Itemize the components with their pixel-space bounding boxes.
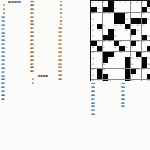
cell-number: 29 [142,24,144,26]
clue-column-b: 46485051525556575960616263646566676869 D… [30,1,56,149]
grid-cell[interactable] [136,74,141,79]
cell-number: 61 [136,57,138,59]
cell-number: 23 [92,24,94,26]
grid-cell[interactable]: 29 [142,24,147,29]
clue-text-illegible [5,87,28,89]
grid-cell[interactable]: 15 [103,13,108,18]
black-cell [114,13,119,18]
cell-number: 9 [142,1,143,3]
clue-column-d: 363844464749505354 [91,83,119,149]
clue-text-illegible [125,99,149,101]
clue-text-illegible [34,56,56,58]
cell-number: 17 [125,12,127,14]
clue-item: 69 [30,71,56,73]
clue-item: 13 [58,40,88,42]
grid-cell[interactable] [136,46,141,51]
clue-text-illegible [125,95,149,97]
cell-number: 42 [108,40,110,42]
clue-column-e: 55565758606163 [121,83,149,149]
cell-number: 15 [103,12,105,14]
grid-cell[interactable]: 52 [97,52,102,57]
clue-text-illegible [5,56,28,58]
grid-cell[interactable]: 43 [119,41,124,46]
clue-item: 36 [91,83,119,85]
grid-cells: 1234567891011121314151617181920212223242… [90,0,150,81]
cell-number: 49 [125,46,127,48]
grid-cell[interactable] [114,69,119,74]
clue-item: 64 [30,52,56,54]
clue-text-illegible [5,5,28,7]
grid-cell[interactable] [114,57,119,62]
cell-number: 45 [142,40,144,42]
grid-cell[interactable]: 70 [142,69,147,74]
clue-item: 6 [58,13,88,15]
clue-item: 23 [58,48,88,50]
clue-item: 32 [58,71,88,73]
grid-cell[interactable]: 42 [108,41,113,46]
cell-number: 26 [120,24,122,26]
clue-item: 22 [1,44,28,46]
cell-number: 66 [148,63,150,65]
clue-text-illegible [34,40,56,42]
clue-text-illegible [95,114,119,116]
clue-text-illegible [62,21,88,23]
clue-text-illegible [34,67,56,69]
clue-text-illegible [5,99,28,101]
cell-number: 55 [142,51,144,53]
grid-cell[interactable]: 8 [136,1,141,6]
clue-item: 50 [30,9,56,11]
cell-number: 25 [114,24,116,26]
grid-cell[interactable]: 54 [119,52,124,57]
clue-text-illegible [62,32,88,34]
grid-cell[interactable] [142,80,147,81]
clue-text-illegible [5,76,28,78]
cell-number: 47 [103,46,105,48]
grid-cell[interactable] [119,57,124,62]
clue-text-illegible [62,1,88,3]
grid-cell[interactable]: 3 [103,1,108,6]
grid-cell[interactable]: 6 [125,1,130,6]
grid-cell[interactable]: 12 [114,7,119,12]
grid-cell[interactable]: 80 [147,80,150,81]
grid-cell[interactable]: 61 [136,57,141,62]
grid-cell[interactable] [119,63,124,68]
cell-number: 6 [125,1,126,3]
cell-number: 72 [92,74,94,76]
grid-cell[interactable]: 20 [125,18,130,23]
clue-text-illegible [34,28,56,30]
clue-item: 9 [58,24,88,26]
grid-cell[interactable]: 53 [114,52,119,57]
clue-item: 55 [121,83,149,85]
clue-text-illegible [34,83,56,85]
clue-text-illegible [62,71,88,73]
grid-cell[interactable]: 35 [91,35,96,40]
clue-text-illegible [95,83,119,85]
clue-text-illegible [5,68,28,70]
grid-cell[interactable] [119,7,124,12]
grid-cell[interactable] [125,35,130,40]
clue-item: 5 [1,9,28,11]
clue-item: 65 [30,56,56,58]
grid-cell[interactable] [119,74,124,79]
grid-cell[interactable]: 69 [136,69,141,74]
cell-number: 56 [148,51,150,53]
clue-item: 60 [121,99,149,101]
grid-cell[interactable] [97,57,102,62]
clue-text-illegible [62,48,88,50]
clue-item: 52 [30,17,56,19]
cell-number: 52 [97,51,99,53]
grid-cell[interactable] [119,80,124,81]
clue-item: 7 [58,17,88,19]
clue-text-illegible [5,60,28,62]
grid-cell[interactable] [119,29,124,34]
grid-cell[interactable]: 68 [103,69,108,74]
cell-number: 24 [103,24,105,26]
clue-item: 14 [1,17,28,19]
grid-cell[interactable] [114,74,119,79]
black-cell [103,80,108,81]
cell-number: 73 [108,74,110,76]
clue-item: 15 [1,21,28,23]
cell-number: 78 [108,79,110,81]
clue-item: 42 [1,87,28,89]
grid-cell[interactable] [147,24,150,29]
clue-item: 62 [30,44,56,46]
clue-text-illegible [62,17,88,19]
grid-cell[interactable]: 21 [147,18,150,23]
black-cell [119,13,124,18]
clue-item: 11 [58,32,88,34]
cell-number: 13 [148,7,150,9]
grid-cell[interactable] [97,13,102,18]
black-cell [103,52,108,57]
clue-text-illegible [34,44,56,46]
clue-text-illegible [95,87,119,89]
cell-number: 27 [131,24,133,26]
grid-cell[interactable]: 16 [108,13,113,18]
cell-number: 3 [103,1,104,3]
cell-number: 48 [114,46,116,48]
clue-item: 35 [58,79,88,81]
grid-cell[interactable]: 76 [91,80,96,81]
clue-item: 19 [1,36,28,38]
clue-item: 57 [121,91,149,93]
clue-text-illegible [95,103,119,105]
clue-item: 18 [1,33,28,35]
clue-text-illegible [125,103,149,105]
grid-cell[interactable]: 37 [131,35,136,40]
grid-cell[interactable]: 1 [91,1,96,6]
clue-text-illegible [62,67,88,69]
clue-item: 56 [121,87,149,89]
grid-cell[interactable] [136,80,141,81]
cell-number: 8 [136,1,137,3]
grid-cell[interactable]: 34 [136,29,141,34]
cell-number: 50 [131,46,133,48]
clue-item: 34 [58,75,88,77]
clue-text-illegible [34,17,56,19]
cell-number: 11 [97,7,99,9]
clue-item: 47 [91,99,119,101]
cell-number: 28 [136,24,138,26]
clue-text-illegible [125,106,149,108]
grid-cell[interactable]: 18 [142,13,147,18]
grid-cell[interactable]: 49 [125,46,130,51]
grid-cell[interactable]: 50 [131,46,136,51]
cell-number: 68 [103,68,105,70]
clue-text-illegible [5,95,28,97]
clue-text-illegible [5,9,28,11]
grid-cell[interactable] [142,29,147,34]
clue-text-illegible [34,21,56,23]
grid-cell[interactable]: 33 [125,29,130,34]
grid-cell[interactable] [147,41,150,46]
clue-text-illegible [34,24,56,26]
clue-text-illegible [5,44,28,46]
clue-item: 10 [58,28,88,30]
cell-number: 37 [131,35,133,37]
cell-number: 41 [103,40,105,42]
clue-item: 29 [58,64,88,66]
clue-text-illegible [62,13,88,15]
grid-cell[interactable]: 55 [142,52,147,57]
clue-item: 40 [1,79,28,81]
clue-item: 49 [91,103,119,105]
grid-cell[interactable] [108,24,113,29]
grid-cell[interactable]: 45 [142,41,147,46]
cell-number: 35 [92,35,94,37]
grid-cell[interactable]: 78 [108,80,113,81]
grid-cell[interactable]: 26 [119,24,124,29]
clue-item: 27 [58,56,88,58]
clue-item: 33 [1,64,28,66]
grid-cell[interactable]: 59 [108,57,113,62]
clue-text-illegible [62,24,88,26]
cell-number: 58 [92,57,94,59]
clue-column-c: 34567891011121321232627282931323435 [58,1,88,149]
clue-item: 61 [121,103,149,105]
clue-text-illegible [5,91,28,93]
cell-number: 40 [97,40,99,42]
clue-item: 20 [1,40,28,42]
clue-text-illegible [62,36,88,38]
clue-item: 30 [1,60,28,62]
clue-text-illegible [5,29,28,31]
clue-text-illegible [125,83,149,85]
cell-number: 46 [92,46,94,48]
grid-cell[interactable]: 24 [103,24,108,29]
cell-number: 38 [148,35,150,37]
clue-text-illegible [5,25,28,27]
clue-text-illegible [95,106,119,108]
clue-list-d: 363844464749505354 [91,83,119,117]
grid-cell[interactable] [103,29,108,34]
clue-item: 31 [58,67,88,69]
clue-item: 37 [1,72,28,74]
clue-item: 58 [121,95,149,97]
grid-cell[interactable]: 11 [97,7,102,12]
cell-number: 1 [92,1,93,3]
clue-item: 5 [58,9,88,11]
grid-cell[interactable]: 47 [103,46,108,51]
clue-text-illegible [62,56,88,58]
black-cell [103,74,108,79]
clue-text-illegible [62,64,88,66]
grid-cell[interactable]: 65 [131,63,136,68]
grid-cell[interactable]: 40 [97,41,102,46]
clue-text-illegible [34,36,56,38]
cell-number: 18 [142,12,144,14]
clue-item: 28 [58,60,88,62]
cell-number: 7 [131,1,132,3]
clue-text-illegible [5,13,28,15]
clue-item: 2 [30,83,56,85]
cell-number: 20 [125,18,127,20]
cell-number: 79 [131,79,133,81]
black-cell [108,1,113,6]
cell-number: 70 [142,68,144,70]
cell-number: 63 [92,63,94,65]
clue-text-illegible [5,48,28,50]
grid-cell[interactable] [142,74,147,79]
grid-cell[interactable] [119,69,124,74]
clue-text-illegible [62,60,88,62]
clue-text-illegible [5,83,28,85]
grid-cell[interactable] [125,52,130,57]
clue-item: 21 [58,44,88,46]
black-cell [125,74,130,79]
clue-item: 63 [30,48,56,50]
clue-text-illegible [5,52,28,54]
clue-text-illegible [62,40,88,42]
clue-item: 26 [58,52,88,54]
clue-text-illegible [62,28,88,30]
clue-text-illegible [5,36,28,38]
cell-number: 76 [92,79,94,81]
cell-number: 77 [97,79,99,81]
cell-number: 67 [92,68,94,70]
grid-cell[interactable]: 27 [131,24,136,29]
clue-item: 4 [58,5,88,7]
clue-item: 66 [30,60,56,62]
black-cell [142,57,147,62]
clue-item: 12 [58,36,88,38]
clue-text-illegible [5,40,28,42]
cell-number: 60 [131,57,133,59]
clue-item: 16 [1,25,28,27]
grid-cell[interactable] [147,69,150,74]
grid-cell[interactable]: 38 [147,35,150,40]
grid-cell[interactable]: 13 [147,7,150,12]
clue-text-illegible [95,99,119,101]
clue-text-illegible [5,72,28,74]
cell-number: 44 [136,40,138,42]
grid-cell[interactable]: 36 [114,35,119,40]
clue-item: 38 [91,87,119,89]
grid-cell[interactable]: 66 [147,63,150,68]
grid-cell[interactable] [136,13,141,18]
cell-number: 30 [92,29,94,31]
clue-text-illegible [34,13,56,15]
black-cell [125,63,130,68]
cell-number: 19 [92,18,94,20]
grid-cell[interactable] [108,18,113,23]
clue-column-a: ACROSS 159141516171819202224252630333637… [1,1,28,149]
clue-text-illegible [34,5,56,7]
grid-cell[interactable]: 5 [119,1,124,6]
cell-number: 65 [131,63,133,65]
clue-item: 46 [91,95,119,97]
clue-text-illegible [5,33,28,35]
clue-text-illegible [5,79,28,81]
clue-text-illegible [95,91,119,93]
cell-number: 32 [114,29,116,31]
clue-item: 48 [30,5,56,7]
grid-cell[interactable] [114,63,119,68]
grid-cell[interactable] [97,63,102,68]
clue-item: 51 [30,13,56,15]
cell-number: 59 [108,57,110,59]
grid-cell[interactable]: 7 [131,1,136,6]
clue-text-illegible [125,91,149,93]
black-cell [108,29,113,34]
grid-cell[interactable] [136,7,141,12]
clue-item: 36 [1,68,28,70]
clue-text-illegible [34,48,56,50]
grid-cell[interactable]: 79 [131,80,136,81]
across-header: ACROSS [1,1,28,4]
grid-cell[interactable]: 31 [97,29,102,34]
clue-text-illegible [34,60,56,62]
clue-item: 44 [1,95,28,97]
black-cell [97,69,102,74]
grid-cell[interactable] [108,46,113,51]
clue-list-a: 1591415161718192022242526303336373940414… [1,5,28,101]
clue-text-illegible [34,64,56,66]
clue-text-illegible [5,17,28,19]
clue-item: 26 [1,56,28,58]
grid-cell[interactable] [131,7,136,12]
clue-text-illegible [34,52,56,54]
clue-item: 9 [1,13,28,15]
cell-number: 5 [120,1,121,3]
clue-text-illegible [34,79,56,81]
crossword-page: ACROSS 159141516171819202224252630333637… [0,0,150,150]
grid-cell[interactable] [131,13,136,18]
clue-item: 43 [1,91,28,93]
grid-cell[interactable]: 44 [136,41,141,46]
clue-text-illegible [34,71,56,73]
grid-cell[interactable] [97,18,102,23]
grid-cell[interactable]: 77 [97,80,102,81]
clue-item: 17 [1,29,28,31]
clue-text-illegible [34,9,56,11]
clue-item: 44 [91,91,119,93]
cell-number: 33 [125,29,127,31]
clue-list-c: 34567891011121321232627282931323435 [58,1,88,82]
cell-number: 12 [114,7,116,9]
grid-cell[interactable] [108,63,113,68]
clue-text-illegible [62,52,88,54]
grid-cell[interactable] [114,80,119,81]
grid-cell[interactable]: 9 [142,1,147,6]
cell-number: 51 [92,51,94,53]
cell-number: 2 [97,1,98,3]
clue-text-illegible [62,44,88,46]
